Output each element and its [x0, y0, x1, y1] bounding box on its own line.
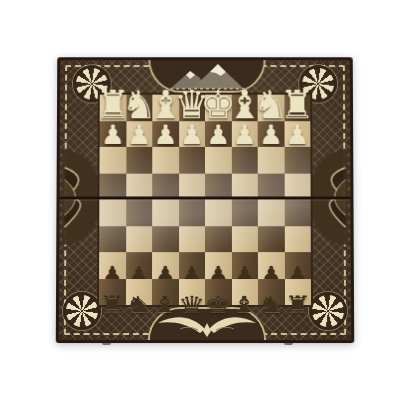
piece-black-bishop[interactable]: ♝: [231, 294, 259, 316]
square-b2[interactable]: ♟: [126, 252, 153, 278]
square-g6[interactable]: [258, 147, 284, 173]
square-d6[interactable]: [179, 147, 205, 173]
square-f2[interactable]: ♟: [231, 252, 258, 278]
square-h2[interactable]: ♟: [284, 252, 311, 278]
square-h7[interactable]: ♟: [284, 121, 310, 147]
square-h6[interactable]: [284, 147, 310, 173]
square-e1[interactable]: ♚: [205, 279, 232, 305]
chessboard: ♜♞♝♛♚♝♞♜♟♟♟♟♟♟♟♟♟♟♟♟♟♟♟♟♜♞♝♛♚♝♞♜: [97, 93, 313, 307]
square-h3[interactable]: [284, 226, 311, 252]
square-c2[interactable]: ♟: [152, 252, 179, 278]
piece-black-knight[interactable]: ♞: [125, 294, 153, 316]
pinwheel-rosette-icon: [63, 292, 101, 330]
square-b6[interactable]: [126, 147, 152, 173]
square-d2[interactable]: ♟: [179, 252, 205, 278]
square-c1[interactable]: ♝: [152, 279, 179, 305]
square-e2[interactable]: ♟: [205, 252, 231, 278]
piece-white-pawn[interactable]: ♟: [127, 121, 151, 148]
square-e3[interactable]: [205, 226, 231, 252]
square-b4[interactable]: [126, 199, 152, 225]
square-b3[interactable]: [126, 226, 153, 252]
square-h4[interactable]: [284, 199, 311, 225]
square-d7[interactable]: ♟: [179, 121, 205, 147]
square-g1[interactable]: ♞: [258, 279, 285, 305]
square-f3[interactable]: [231, 226, 257, 252]
square-a3[interactable]: [99, 226, 126, 252]
square-e4[interactable]: [205, 199, 231, 225]
square-g3[interactable]: [258, 226, 285, 252]
piece-white-pawn[interactable]: ♟: [285, 121, 309, 148]
square-f6[interactable]: [231, 147, 257, 173]
piece-black-rook[interactable]: ♜: [284, 294, 312, 316]
piece-white-pawn[interactable]: ♟: [259, 121, 283, 148]
piece-white-rook[interactable]: ♜: [279, 84, 315, 123]
square-b7[interactable]: ♟: [126, 121, 152, 147]
square-g7[interactable]: ♟: [258, 121, 284, 147]
piece-black-bishop[interactable]: ♝: [151, 294, 179, 316]
square-e7[interactable]: ♟: [205, 121, 231, 147]
square-c4[interactable]: [152, 199, 178, 225]
square-d4[interactable]: [179, 199, 205, 225]
chess-box: ♜♞♝♛♚♝♞♜♟♟♟♟♟♟♟♟♟♟♟♟♟♟♟♟♜♞♝♛♚♝♞♜: [56, 57, 354, 343]
piece-white-pawn[interactable]: ♟: [180, 121, 204, 148]
square-h1[interactable]: ♜: [284, 279, 311, 305]
square-a7[interactable]: ♟: [100, 121, 126, 147]
square-a2[interactable]: ♟: [99, 252, 126, 278]
fold-seam: [60, 196, 351, 199]
square-e6[interactable]: [205, 147, 231, 173]
square-f7[interactable]: ♟: [231, 121, 257, 147]
square-a6[interactable]: [99, 147, 125, 173]
piece-black-rook[interactable]: ♜: [98, 294, 126, 316]
square-h8[interactable]: ♜: [284, 95, 310, 121]
square-d1[interactable]: ♛: [178, 279, 205, 305]
square-f4[interactable]: [231, 199, 257, 225]
piece-black-king[interactable]: ♚: [204, 294, 232, 316]
square-c6[interactable]: [152, 147, 178, 173]
piece-black-queen[interactable]: ♛: [178, 294, 206, 316]
square-b1[interactable]: ♞: [125, 279, 152, 305]
pinwheel-rosette-icon: [309, 292, 347, 330]
piece-white-pawn[interactable]: ♟: [101, 121, 125, 148]
square-c3[interactable]: [152, 226, 178, 252]
piece-white-pawn[interactable]: ♟: [153, 121, 177, 148]
square-a1[interactable]: ♜: [99, 279, 126, 305]
piece-black-knight[interactable]: ♞: [257, 294, 285, 316]
piece-white-pawn[interactable]: ♟: [232, 121, 256, 148]
square-f1[interactable]: ♝: [231, 279, 258, 305]
square-g4[interactable]: [258, 199, 284, 225]
square-g2[interactable]: ♟: [258, 252, 285, 278]
square-a4[interactable]: [99, 199, 126, 225]
square-d3[interactable]: [179, 226, 205, 252]
piece-white-pawn[interactable]: ♟: [206, 121, 230, 148]
product-photo: ♜♞♝♛♚♝♞♜♟♟♟♟♟♟♟♟♟♟♟♟♟♟♟♟♜♞♝♛♚♝♞♜: [0, 0, 400, 400]
square-c7[interactable]: ♟: [152, 121, 178, 147]
